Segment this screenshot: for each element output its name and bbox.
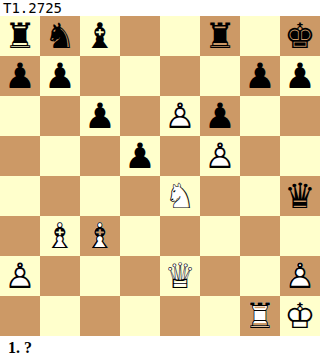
piece-black-pawn[interactable]: ♟ [240,56,280,96]
move-prompt: 1. ? [0,336,320,360]
square-c1[interactable] [80,296,120,336]
square-c5[interactable] [80,136,120,176]
square-a7[interactable]: ♟ [0,56,40,96]
square-e1[interactable] [160,296,200,336]
white-pawn-outline: ♙ [200,136,240,176]
square-f4[interactable] [200,176,240,216]
square-d3[interactable] [120,216,160,256]
square-c2[interactable] [80,256,120,296]
square-f8[interactable]: ♜ [200,16,240,56]
white-king-outline: ♔ [280,296,320,336]
square-b8[interactable]: ♞ [40,16,80,56]
piece-white-rook[interactable]: ♜♖ [240,296,280,336]
square-g8[interactable] [240,16,280,56]
square-g2[interactable] [240,256,280,296]
square-b3[interactable]: ♝♗ [40,216,80,256]
piece-black-queen[interactable]: ♛ [280,176,320,216]
square-d2[interactable] [120,256,160,296]
square-g5[interactable] [240,136,280,176]
piece-white-knight[interactable]: ♞♘ [160,176,200,216]
square-g1[interactable]: ♜♖ [240,296,280,336]
square-d4[interactable] [120,176,160,216]
piece-white-bishop[interactable]: ♝♗ [40,216,80,256]
white-bishop-outline: ♗ [80,216,120,256]
square-g6[interactable] [240,96,280,136]
square-h3[interactable] [280,216,320,256]
piece-black-rook[interactable]: ♜ [0,16,40,56]
puzzle-id-label: T1.2725 [0,0,320,16]
square-f6[interactable]: ♟ [200,96,240,136]
square-b7[interactable]: ♟ [40,56,80,96]
square-f3[interactable] [200,216,240,256]
square-e5[interactable] [160,136,200,176]
piece-black-king[interactable]: ♚ [280,16,320,56]
square-d5[interactable]: ♟ [120,136,160,176]
square-f7[interactable] [200,56,240,96]
square-c7[interactable] [80,56,120,96]
square-a8[interactable]: ♜ [0,16,40,56]
piece-black-pawn[interactable]: ♟ [0,56,40,96]
square-e8[interactable] [160,16,200,56]
white-queen-outline: ♕ [160,256,200,296]
piece-black-pawn[interactable]: ♟ [120,136,160,176]
piece-black-pawn[interactable]: ♟ [40,56,80,96]
square-h8[interactable]: ♚ [280,16,320,56]
square-d1[interactable] [120,296,160,336]
piece-black-knight[interactable]: ♞ [40,16,80,56]
piece-white-pawn[interactable]: ♟♙ [0,256,40,296]
white-pawn-outline: ♙ [160,96,200,136]
piece-black-rook[interactable]: ♜ [200,16,240,56]
square-g3[interactable] [240,216,280,256]
square-e2[interactable]: ♛♕ [160,256,200,296]
white-rook-outline: ♖ [240,296,280,336]
square-c8[interactable]: ♝ [80,16,120,56]
piece-black-bishop[interactable]: ♝ [80,16,120,56]
square-d6[interactable] [120,96,160,136]
white-pawn-outline: ♙ [280,256,320,296]
square-b4[interactable] [40,176,80,216]
square-h1[interactable]: ♚♔ [280,296,320,336]
square-a6[interactable] [0,96,40,136]
piece-white-king[interactable]: ♚♔ [280,296,320,336]
square-c6[interactable]: ♟ [80,96,120,136]
square-e6[interactable]: ♟♙ [160,96,200,136]
square-h2[interactable]: ♟♙ [280,256,320,296]
white-knight-outline: ♘ [160,176,200,216]
piece-black-pawn[interactable]: ♟ [200,96,240,136]
chess-board: ♜♞♝♜♚♟♟♟♟♟♟♙♟♟♟♙♞♘♛♝♗♝♗♟♙♛♕♟♙♜♖♚♔ [0,16,320,336]
piece-white-pawn[interactable]: ♟♙ [200,136,240,176]
piece-white-pawn[interactable]: ♟♙ [160,96,200,136]
square-a2[interactable]: ♟♙ [0,256,40,296]
square-e3[interactable] [160,216,200,256]
chess-puzzle-page: T1.2725 ♜♞♝♜♚♟♟♟♟♟♟♙♟♟♟♙♞♘♛♝♗♝♗♟♙♛♕♟♙♜♖♚… [0,0,320,360]
square-h5[interactable] [280,136,320,176]
white-pawn-outline: ♙ [0,256,40,296]
square-a5[interactable] [0,136,40,176]
square-e4[interactable]: ♞♘ [160,176,200,216]
square-e7[interactable] [160,56,200,96]
square-d8[interactable] [120,16,160,56]
square-f5[interactable]: ♟♙ [200,136,240,176]
square-g4[interactable] [240,176,280,216]
square-b5[interactable] [40,136,80,176]
square-c3[interactable]: ♝♗ [80,216,120,256]
square-f1[interactable] [200,296,240,336]
piece-white-pawn[interactable]: ♟♙ [280,256,320,296]
square-c4[interactable] [80,176,120,216]
white-bishop-outline: ♗ [40,216,80,256]
piece-black-pawn[interactable]: ♟ [280,56,320,96]
square-a1[interactable] [0,296,40,336]
piece-white-bishop[interactable]: ♝♗ [80,216,120,256]
square-h6[interactable] [280,96,320,136]
square-b1[interactable] [40,296,80,336]
square-a3[interactable] [0,216,40,256]
square-a4[interactable] [0,176,40,216]
square-g7[interactable]: ♟ [240,56,280,96]
square-h4[interactable]: ♛ [280,176,320,216]
piece-white-queen[interactable]: ♛♕ [160,256,200,296]
piece-black-pawn[interactable]: ♟ [80,96,120,136]
square-h7[interactable]: ♟ [280,56,320,96]
square-b2[interactable] [40,256,80,296]
square-d7[interactable] [120,56,160,96]
square-b6[interactable] [40,96,80,136]
square-f2[interactable] [200,256,240,296]
